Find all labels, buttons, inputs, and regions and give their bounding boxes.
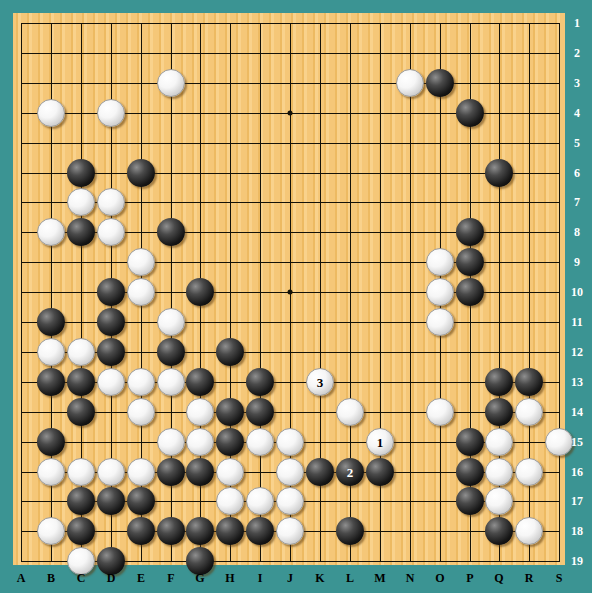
white-stone-I17[interactable] bbox=[246, 487, 274, 515]
black-stone-E18[interactable] bbox=[127, 517, 155, 545]
black-stone-P4[interactable] bbox=[456, 99, 484, 127]
row-label-1: 1 bbox=[574, 17, 580, 29]
white-stone-E16[interactable] bbox=[127, 458, 155, 486]
grid-line-vertical bbox=[559, 23, 560, 562]
column-label-F: F bbox=[167, 572, 174, 584]
white-stone-E13[interactable] bbox=[127, 368, 155, 396]
goban[interactable]: 312 bbox=[13, 13, 565, 565]
star-point bbox=[288, 111, 293, 116]
row-label-8: 8 bbox=[574, 226, 580, 238]
black-stone-P16[interactable] bbox=[456, 458, 484, 486]
black-stone-D12[interactable] bbox=[97, 338, 125, 366]
black-stone-C13[interactable] bbox=[67, 368, 95, 396]
black-stone-G10[interactable] bbox=[186, 278, 214, 306]
column-label-S: S bbox=[556, 572, 563, 584]
row-label-6: 6 bbox=[574, 167, 580, 179]
white-stone-B12[interactable] bbox=[37, 338, 65, 366]
black-stone-G13[interactable] bbox=[186, 368, 214, 396]
white-stone-F3[interactable] bbox=[157, 69, 185, 97]
white-stone-B8[interactable] bbox=[37, 218, 65, 246]
grid-line-horizontal bbox=[21, 412, 560, 413]
white-stone-R18[interactable] bbox=[515, 517, 543, 545]
white-stone-F13[interactable] bbox=[157, 368, 185, 396]
white-stone-L14[interactable] bbox=[336, 398, 364, 426]
black-stone-I14[interactable] bbox=[246, 398, 274, 426]
column-label-I: I bbox=[258, 572, 263, 584]
white-stone-J15[interactable] bbox=[276, 428, 304, 456]
black-stone-L18[interactable] bbox=[336, 517, 364, 545]
black-stone-E6[interactable] bbox=[127, 159, 155, 187]
white-stone-D16[interactable] bbox=[97, 458, 125, 486]
black-stone-K16[interactable] bbox=[306, 458, 334, 486]
black-stone-F16[interactable] bbox=[157, 458, 185, 486]
row-label-19: 19 bbox=[571, 555, 583, 567]
row-label-9: 9 bbox=[574, 256, 580, 268]
white-stone-C7[interactable] bbox=[67, 188, 95, 216]
black-stone-P15[interactable] bbox=[456, 428, 484, 456]
white-stone-J18[interactable] bbox=[276, 517, 304, 545]
black-stone-H12[interactable] bbox=[216, 338, 244, 366]
column-label-D: D bbox=[107, 572, 116, 584]
black-stone-C17[interactable] bbox=[67, 487, 95, 515]
move-number-label: 1 bbox=[377, 436, 384, 449]
white-stone-C12[interactable] bbox=[67, 338, 95, 366]
white-stone-R14[interactable] bbox=[515, 398, 543, 426]
white-stone-B4[interactable] bbox=[37, 99, 65, 127]
white-stone-O10[interactable] bbox=[426, 278, 454, 306]
row-label-17: 17 bbox=[571, 495, 583, 507]
white-stone-Q16[interactable] bbox=[485, 458, 513, 486]
black-stone-M16[interactable] bbox=[366, 458, 394, 486]
black-stone-O3[interactable] bbox=[426, 69, 454, 97]
column-label-N: N bbox=[406, 572, 415, 584]
white-stone-K13[interactable]: 3 bbox=[306, 368, 334, 396]
black-stone-D11[interactable] bbox=[97, 308, 125, 336]
white-stone-D8[interactable] bbox=[97, 218, 125, 246]
row-label-10: 10 bbox=[571, 286, 583, 298]
black-stone-P9[interactable] bbox=[456, 248, 484, 276]
black-stone-P10[interactable] bbox=[456, 278, 484, 306]
row-label-4: 4 bbox=[574, 107, 580, 119]
black-stone-P8[interactable] bbox=[456, 218, 484, 246]
black-stone-C8[interactable] bbox=[67, 218, 95, 246]
column-label-G: G bbox=[195, 572, 204, 584]
black-stone-L16[interactable]: 2 bbox=[336, 458, 364, 486]
column-label-E: E bbox=[137, 572, 145, 584]
column-label-B: B bbox=[47, 572, 55, 584]
white-stone-F15[interactable] bbox=[157, 428, 185, 456]
black-stone-E17[interactable] bbox=[127, 487, 155, 515]
row-label-16: 16 bbox=[571, 466, 583, 478]
white-stone-J17[interactable] bbox=[276, 487, 304, 515]
white-stone-Q17[interactable] bbox=[485, 487, 513, 515]
black-stone-F12[interactable] bbox=[157, 338, 185, 366]
row-label-18: 18 bbox=[571, 525, 583, 537]
black-stone-C14[interactable] bbox=[67, 398, 95, 426]
black-stone-C6[interactable] bbox=[67, 159, 95, 187]
white-stone-H16[interactable] bbox=[216, 458, 244, 486]
black-stone-H14[interactable] bbox=[216, 398, 244, 426]
white-stone-M15[interactable]: 1 bbox=[366, 428, 394, 456]
white-stone-J16[interactable] bbox=[276, 458, 304, 486]
white-stone-E14[interactable] bbox=[127, 398, 155, 426]
column-label-A: A bbox=[17, 572, 26, 584]
white-stone-B16[interactable] bbox=[37, 458, 65, 486]
white-stone-C16[interactable] bbox=[67, 458, 95, 486]
row-label-5: 5 bbox=[574, 137, 580, 149]
white-stone-H17[interactable] bbox=[216, 487, 244, 515]
move-number-label: 3 bbox=[317, 376, 324, 389]
row-label-12: 12 bbox=[571, 346, 583, 358]
row-label-7: 7 bbox=[574, 196, 580, 208]
column-label-K: K bbox=[315, 572, 324, 584]
column-label-C: C bbox=[77, 572, 86, 584]
black-stone-B15[interactable] bbox=[37, 428, 65, 456]
row-label-3: 3 bbox=[574, 77, 580, 89]
black-stone-G18[interactable] bbox=[186, 517, 214, 545]
white-stone-R16[interactable] bbox=[515, 458, 543, 486]
white-stone-G14[interactable] bbox=[186, 398, 214, 426]
white-stone-D7[interactable] bbox=[97, 188, 125, 216]
black-stone-B13[interactable] bbox=[37, 368, 65, 396]
row-label-11: 11 bbox=[571, 316, 582, 328]
black-stone-F8[interactable] bbox=[157, 218, 185, 246]
black-stone-D17[interactable] bbox=[97, 487, 125, 515]
column-label-P: P bbox=[466, 572, 473, 584]
black-stone-I18[interactable] bbox=[246, 517, 274, 545]
grid-line-vertical bbox=[410, 23, 411, 562]
white-stone-B18[interactable] bbox=[37, 517, 65, 545]
white-stone-G15[interactable] bbox=[186, 428, 214, 456]
go-app-frame: 312 ABCDEFGHIJKLMNOPQRS12345678910111213… bbox=[0, 0, 592, 593]
white-stone-Q15[interactable] bbox=[485, 428, 513, 456]
white-stone-E9[interactable] bbox=[127, 248, 155, 276]
column-label-J: J bbox=[287, 572, 293, 584]
white-stone-D13[interactable] bbox=[97, 368, 125, 396]
black-stone-Q6[interactable] bbox=[485, 159, 513, 187]
black-stone-G16[interactable] bbox=[186, 458, 214, 486]
white-stone-S15[interactable] bbox=[545, 428, 573, 456]
black-stone-I13[interactable] bbox=[246, 368, 274, 396]
black-stone-P17[interactable] bbox=[456, 487, 484, 515]
white-stone-O9[interactable] bbox=[426, 248, 454, 276]
row-label-13: 13 bbox=[571, 376, 583, 388]
white-stone-F11[interactable] bbox=[157, 308, 185, 336]
black-stone-Q14[interactable] bbox=[485, 398, 513, 426]
black-stone-F18[interactable] bbox=[157, 517, 185, 545]
white-stone-O11[interactable] bbox=[426, 308, 454, 336]
column-label-R: R bbox=[525, 572, 534, 584]
black-stone-D10[interactable] bbox=[97, 278, 125, 306]
white-stone-N3[interactable] bbox=[396, 69, 424, 97]
row-label-2: 2 bbox=[574, 47, 580, 59]
white-stone-D4[interactable] bbox=[97, 99, 125, 127]
black-stone-H15[interactable] bbox=[216, 428, 244, 456]
column-label-Q: Q bbox=[494, 572, 503, 584]
black-stone-C18[interactable] bbox=[67, 517, 95, 545]
black-stone-Q18[interactable] bbox=[485, 517, 513, 545]
row-label-14: 14 bbox=[571, 406, 583, 418]
move-number-label: 2 bbox=[347, 466, 354, 479]
column-label-H: H bbox=[225, 572, 234, 584]
row-label-15: 15 bbox=[571, 436, 583, 448]
white-stone-I15[interactable] bbox=[246, 428, 274, 456]
column-label-M: M bbox=[374, 572, 385, 584]
column-label-O: O bbox=[435, 572, 444, 584]
black-stone-B11[interactable] bbox=[37, 308, 65, 336]
star-point bbox=[288, 290, 293, 295]
black-stone-R13[interactable] bbox=[515, 368, 543, 396]
black-stone-Q13[interactable] bbox=[485, 368, 513, 396]
white-stone-O14[interactable] bbox=[426, 398, 454, 426]
column-label-L: L bbox=[346, 572, 354, 584]
white-stone-E10[interactable] bbox=[127, 278, 155, 306]
black-stone-H18[interactable] bbox=[216, 517, 244, 545]
